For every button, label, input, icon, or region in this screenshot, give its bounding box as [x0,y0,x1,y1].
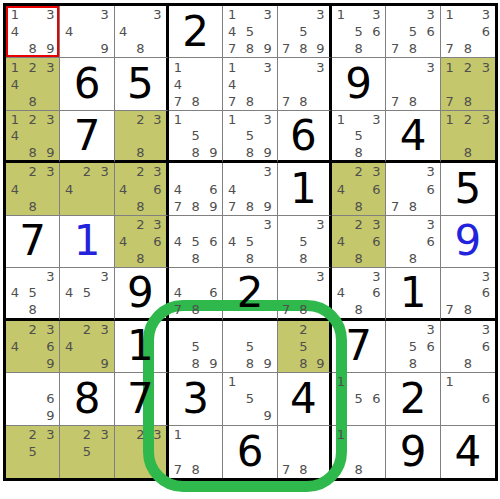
cell-r4c3[interactable]: 23468 [115,163,169,215]
cell-r6c9[interactable]: 3678 [441,268,495,320]
candidate: 9 [312,355,329,372]
candidate: 7 [441,301,459,317]
candidate: 3 [422,163,440,180]
candidate: 3 [149,6,166,23]
candidate: 4 [223,23,241,40]
pencil-marks: 159 [223,373,276,424]
cell-r2c1[interactable]: 12348 [6,58,60,110]
cell-r2c4[interactable]: 1478 [169,58,223,110]
candidate: 8 [187,93,205,110]
pencil-marks: 1358 [332,111,385,160]
candidate: 4 [6,23,24,40]
pencil-marks: 78 [278,426,329,478]
cell-r1c8[interactable]: 35678 [386,6,440,58]
cell-r4c8[interactable]: 3678 [386,163,440,215]
candidate: 8 [24,40,42,57]
pencil-marks: 23468 [332,163,385,214]
candidate: 4 [6,338,24,355]
candidate: 9 [205,144,223,160]
pencil-marks: 13589 [223,111,276,160]
candidate: 8 [295,40,312,57]
candidate: 7 [441,93,459,110]
candidate: 3 [42,163,60,180]
candidate: 8 [241,198,259,215]
candidate: 1 [441,6,459,23]
cell-r4c9[interactable]: 5 [441,163,495,215]
cell-r2c5[interactable]: 13478 [223,58,277,110]
pencil-marks: 123489 [6,111,59,160]
candidate: 3 [259,6,277,23]
cell-r4c2[interactable]: 234 [60,163,114,215]
candidate: 5 [24,443,42,460]
candidate: 5 [241,233,259,250]
cell-r7c7[interactable]: 7 [332,321,386,373]
candidate: 7 [169,198,187,215]
candidate: 7 [278,40,295,57]
cell-r8c8[interactable]: 2 [386,373,440,425]
candidate: 8 [295,355,312,372]
given-digit: 4 [386,111,439,160]
cell-r2c7[interactable]: 9 [332,58,386,110]
candidate: 8 [132,250,149,267]
pencil-marks: 378 [386,58,439,109]
candidate: 8 [241,93,259,110]
candidate: 2 [132,216,149,233]
cell-r9c5[interactable]: 6 [223,426,277,478]
pencil-marks: 35789 [278,6,329,57]
given-digit: 6 [60,58,113,109]
candidate: 7 [169,301,187,317]
candidate: 1 [169,58,187,75]
cell-r4c4[interactable]: 46789 [169,163,223,215]
candidate: 6 [477,390,495,407]
candidate: 3 [422,6,440,23]
candidate: 6 [477,338,495,355]
candidate: 6 [42,338,60,355]
candidate: 2 [459,58,477,75]
candidate: 9 [259,198,277,215]
candidate: 3 [368,111,386,127]
pencil-marks: 156 [332,373,385,424]
pencil-marks: 589 [223,321,276,372]
candidate: 4 [60,338,78,355]
candidate: 6 [368,390,386,407]
pencil-marks: 3678 [386,163,439,214]
candidate: 4 [6,76,24,93]
cell-r6c7[interactable]: 3468 [332,268,386,320]
candidate: 3 [312,58,329,75]
candidate: 1 [441,58,459,75]
candidate: 3 [149,426,166,443]
pencil-marks: 35678 [386,6,439,57]
pencil-marks: 3468 [332,268,385,317]
candidate: 9 [42,355,60,372]
candidate: 5 [404,338,422,355]
pencil-marks: 345 [60,268,113,317]
cell-r6c3[interactable]: 9 [115,268,169,320]
cell-r9c7[interactable]: 18 [332,426,386,478]
candidate: 3 [368,6,386,23]
cell-r6c1[interactable]: 3458 [6,268,60,320]
cell-r1c3[interactable]: 348 [115,6,169,58]
cell-r3c4[interactable]: 1589 [169,111,223,163]
candidate: 6 [477,23,495,40]
cell-r5c7[interactable]: 23468 [332,216,386,268]
given-digit: 8 [60,373,113,424]
cell-r7c3[interactable]: 1 [115,321,169,373]
candidate: 8 [241,144,259,160]
candidate: 3 [149,111,166,127]
cell-r5c1[interactable]: 7 [6,216,60,268]
given-digit: 9 [115,268,166,317]
candidate: 8 [241,250,259,267]
cell-r8c5[interactable]: 159 [223,373,277,425]
cell-r4c5[interactable]: 34789 [223,163,277,215]
pencil-marks: 2349 [60,321,113,372]
cell-r7c8[interactable]: 3568 [386,321,440,373]
given-digit: 7 [332,321,385,372]
candidate: 8 [350,40,368,57]
candidate: 5 [404,23,422,40]
candidate: 3 [42,111,60,127]
candidate: 2 [132,163,149,180]
candidate: 3 [368,163,386,180]
given-digit: 2 [169,6,222,57]
candidate: 1 [441,111,459,127]
candidate: 1 [332,373,350,390]
candidate: 1 [6,6,24,23]
pencil-marks: 368 [386,216,439,267]
pencil-marks: 23468 [332,216,385,267]
candidate: 7 [386,40,404,57]
cell-r3c3[interactable]: 238 [115,111,169,163]
candidate: 5 [78,285,96,301]
cell-r9c9[interactable]: 4 [441,426,495,478]
pencil-marks: 4678 [169,268,222,317]
candidate: 6 [422,338,440,355]
candidate: 3 [422,321,440,338]
cell-r3c1[interactable]: 123489 [6,111,60,163]
pencil-marks: 3678 [441,268,495,317]
candidate: 1 [6,58,24,75]
cell-r5c6[interactable]: 358 [278,216,332,268]
cell-r3c5[interactable]: 13589 [223,111,277,163]
candidate: 7 [223,93,241,110]
cell-r6c6[interactable]: 378 [278,268,332,320]
cell-r9c6[interactable]: 78 [278,426,332,478]
candidate: 7 [278,301,295,317]
candidate: 6 [149,233,166,250]
candidate: 4 [60,285,78,301]
pencil-marks: 23468 [115,163,166,214]
candidate: 8 [404,198,422,215]
candidate: 8 [241,355,259,372]
cell-r6c4[interactable]: 4678 [169,268,223,320]
cell-r6c8[interactable]: 1 [386,268,440,320]
candidate: 4 [115,23,132,40]
given-digit: 7 [60,111,113,160]
candidate: 7 [386,93,404,110]
candidate: 4 [60,180,78,197]
candidate: 3 [96,163,114,180]
cell-r9c3[interactable]: 23 [115,426,169,478]
candidate: 4 [223,233,241,250]
candidate: 8 [241,40,259,57]
candidate: 8 [404,93,422,110]
pencil-marks: 3568 [386,321,439,372]
pencil-marks: 378 [278,268,329,317]
pencil-marks: 3458 [223,216,276,267]
pencil-marks: 358 [278,216,329,267]
pencil-marks: 23468 [115,216,166,267]
candidate: 3 [96,268,114,284]
given-digit: 2 [386,373,439,424]
given-digit: 9 [332,58,385,109]
candidate: 8 [295,250,312,267]
candidate: 1 [169,111,187,127]
candidate: 1 [6,111,24,127]
cell-r1c5[interactable]: 1345789 [223,6,277,58]
candidate: 3 [422,58,440,75]
candidate: 5 [241,127,259,143]
pencil-marks: 234 [60,163,113,214]
cell-r8c7[interactable]: 156 [332,373,386,425]
cell-r8c1[interactable]: 69 [6,373,60,425]
given-digit: 4 [278,373,329,424]
candidate: 1 [223,58,241,75]
cell-r1c2[interactable]: 349 [60,6,114,58]
cell-r3c2[interactable]: 7 [60,111,114,163]
given-digit: 1 [386,268,439,317]
candidate: 7 [441,40,459,57]
given-digit: 5 [115,58,166,109]
candidate: 9 [96,40,114,57]
cell-r2c8[interactable]: 378 [386,58,440,110]
cell-r3c6[interactable]: 6 [278,111,332,163]
candidate: 1 [223,6,241,23]
cell-r5c2[interactable]: 1 [60,216,114,268]
cell-r6c2[interactable]: 345 [60,268,114,320]
cell-r8c4[interactable]: 3 [169,373,223,425]
candidate: 6 [205,285,223,301]
candidate: 3 [259,58,277,75]
pencil-marks: 23469 [6,321,59,372]
pencil-marks: 13678 [441,6,495,57]
cell-r7c2[interactable]: 2349 [60,321,114,373]
given-digit: 1 [115,321,166,372]
cell-r2c9[interactable]: 12378 [441,58,495,110]
candidate: 3 [96,6,114,23]
cell-r9c1[interactable]: 235 [6,426,60,478]
candidate: 8 [459,93,477,110]
candidate: 4 [223,180,241,197]
candidate: 6 [149,180,166,197]
candidate: 4 [6,127,24,143]
candidate: 2 [24,426,42,443]
candidate: 3 [96,426,114,443]
candidate: 7 [223,40,241,57]
candidate: 8 [24,93,42,110]
candidate: 6 [368,285,386,301]
cell-r2c6[interactable]: 378 [278,58,332,110]
sudoku-board: 1348934934821345789357891356835678136781… [3,3,498,481]
cell-r2c3[interactable]: 5 [115,58,169,110]
pencil-marks: 46789 [169,163,222,214]
candidate: 3 [259,111,277,127]
candidate: 9 [259,40,277,57]
candidate: 3 [422,216,440,233]
candidate: 6 [422,233,440,250]
cell-r4c1[interactable]: 2348 [6,163,60,215]
solved-digit: 1 [60,216,113,267]
cell-r1c9[interactable]: 13678 [441,6,495,58]
given-digit: 5 [441,163,495,214]
candidate: 8 [459,40,477,57]
candidate: 6 [368,23,386,40]
cell-r3c9[interactable]: 1238 [441,111,495,163]
cell-r9c4[interactable]: 178 [169,426,223,478]
candidate: 1 [332,6,350,23]
cell-r7c6[interactable]: 2589 [278,321,332,373]
solved-digit: 9 [441,216,495,267]
candidate: 2 [24,163,42,180]
candidate: 1 [332,111,350,127]
candidate: 5 [24,285,42,301]
cell-r7c4[interactable]: 589 [169,321,223,373]
candidate: 5 [295,23,312,40]
cell-r4c7[interactable]: 23468 [332,163,386,215]
pencil-marks: 368 [441,321,495,372]
candidate: 8 [295,93,312,110]
candidate: 6 [205,180,223,197]
cell-r4c6[interactable]: 1 [278,163,332,215]
candidate: 4 [332,285,350,301]
given-digit: 7 [6,216,59,267]
candidate: 5 [241,390,259,407]
candidate: 4 [169,285,187,301]
candidate: 9 [312,40,329,57]
cell-r5c8[interactable]: 368 [386,216,440,268]
candidate: 8 [187,144,205,160]
candidate: 3 [42,268,60,284]
candidate: 2 [295,321,312,338]
candidate: 4 [169,233,187,250]
cell-r1c4[interactable]: 2 [169,6,223,58]
candidate: 1 [441,373,459,390]
cell-r8c2[interactable]: 8 [60,373,114,425]
candidate: 1 [223,111,241,127]
cell-r3c8[interactable]: 4 [386,111,440,163]
candidate: 7 [169,93,187,110]
candidate: 5 [187,338,205,355]
candidate: 3 [477,321,495,338]
pencil-marks: 13489 [6,6,59,57]
pencil-marks: 16 [441,373,495,424]
candidate: 3 [96,321,114,338]
cell-r6c5[interactable]: 2 [223,268,277,320]
candidate: 6 [42,390,60,407]
candidate: 3 [312,268,329,284]
candidate: 9 [205,355,223,372]
cell-r8c6[interactable]: 4 [278,373,332,425]
candidate: 9 [259,407,277,424]
cell-r5c4[interactable]: 4568 [169,216,223,268]
candidate: 8 [132,144,149,160]
candidate: 4 [332,180,350,197]
candidate: 3 [477,111,495,127]
candidate: 7 [278,93,295,110]
candidate: 1 [169,426,187,443]
candidate: 5 [187,233,205,250]
cell-r8c3[interactable]: 7 [115,373,169,425]
candidate: 2 [350,216,368,233]
candidate: 8 [24,198,42,215]
candidate: 5 [187,127,205,143]
cell-r2c2[interactable]: 6 [60,58,114,110]
given-digit: 6 [223,426,276,478]
pencil-marks: 1589 [169,111,222,160]
given-digit: 6 [278,111,329,160]
cell-r9c2[interactable]: 235 [60,426,114,478]
given-digit: 3 [169,373,222,424]
candidate: 5 [241,338,259,355]
cell-r5c3[interactable]: 23468 [115,216,169,268]
candidate: 8 [350,144,368,160]
candidate: 4 [169,76,187,93]
candidate: 3 [312,6,329,23]
candidate: 5 [241,23,259,40]
candidate: 2 [24,58,42,75]
candidate: 7 [278,461,295,478]
cell-r8c9[interactable]: 16 [441,373,495,425]
candidate: 5 [295,338,312,355]
candidate: 3 [368,268,386,284]
candidate: 2 [78,163,96,180]
given-digit: 4 [441,426,495,478]
candidate: 6 [422,23,440,40]
pencil-marks: 238 [115,111,166,160]
candidate: 6 [368,180,386,197]
candidate: 4 [115,233,132,250]
cell-r7c5[interactable]: 589 [223,321,277,373]
candidate: 9 [42,40,60,57]
candidate: 3 [259,216,277,233]
candidate: 2 [132,111,149,127]
cell-r1c6[interactable]: 35789 [278,6,332,58]
cell-r3c7[interactable]: 1358 [332,111,386,163]
candidate: 9 [42,407,60,424]
candidate: 8 [24,301,42,317]
cell-r5c5[interactable]: 3458 [223,216,277,268]
candidate: 8 [295,301,312,317]
cell-r5c9[interactable]: 9 [441,216,495,268]
cell-r9c8[interactable]: 9 [386,426,440,478]
candidate: 8 [350,301,368,317]
candidate: 8 [459,355,477,372]
given-digit: 9 [386,426,439,478]
candidate: 4 [60,23,78,40]
candidate: 9 [42,144,60,160]
cell-r1c1[interactable]: 13489 [6,6,60,58]
candidate: 7 [169,461,187,478]
candidate: 7 [386,198,404,215]
cell-r7c1[interactable]: 23469 [6,321,60,373]
cell-r7c9[interactable]: 368 [441,321,495,373]
cell-r1c7[interactable]: 13568 [332,6,386,58]
pencil-marks: 12378 [441,58,495,109]
pencil-marks: 235 [60,426,113,478]
pencil-marks: 1478 [169,58,222,109]
